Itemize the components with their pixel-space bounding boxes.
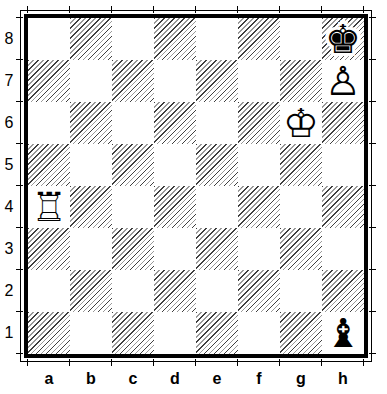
black-bishop-h1[interactable]: ♝♝	[322, 312, 364, 354]
square-b4[interactable]	[70, 186, 112, 228]
square-g3[interactable]	[280, 228, 322, 270]
square-f8[interactable]	[238, 18, 280, 60]
square-g1[interactable]	[280, 312, 322, 354]
frame-tick	[321, 359, 322, 366]
frame-tick	[369, 353, 376, 354]
square-c3[interactable]	[112, 228, 154, 270]
square-d5[interactable]	[154, 144, 196, 186]
frame-tick	[237, 359, 238, 366]
frame-tick	[195, 359, 196, 366]
rank-label-2: 2	[0, 270, 18, 312]
rank-label-4: 4	[0, 186, 18, 228]
frame-tick	[279, 6, 280, 13]
file-label-b: b	[70, 366, 112, 392]
frame-tick	[369, 269, 376, 270]
square-a6[interactable]	[28, 102, 70, 144]
frame-tick	[16, 311, 23, 312]
frame-tick	[369, 227, 376, 228]
square-c5[interactable]	[112, 144, 154, 186]
frame-tick	[237, 6, 238, 13]
square-a2[interactable]	[28, 270, 70, 312]
file-label-a: a	[28, 366, 70, 392]
frame-tick	[279, 359, 280, 366]
frame-tick	[369, 185, 376, 186]
square-d2[interactable]	[154, 270, 196, 312]
square-e3[interactable]	[196, 228, 238, 270]
frame-tick	[27, 6, 28, 13]
square-b5[interactable]	[70, 144, 112, 186]
frame-tick	[16, 227, 23, 228]
board-frame: ♚♚♟♙♚♔♜♖♝♝	[20, 10, 372, 362]
frame-tick	[16, 353, 23, 354]
square-b8[interactable]	[70, 18, 112, 60]
square-g5[interactable]	[280, 144, 322, 186]
square-f1[interactable]	[238, 312, 280, 354]
frame-tick	[16, 185, 23, 186]
white-pawn-h7[interactable]: ♟♙	[322, 60, 364, 102]
file-label-c: c	[112, 366, 154, 392]
frame-tick	[153, 359, 154, 366]
square-e5[interactable]	[196, 144, 238, 186]
square-b6[interactable]	[70, 102, 112, 144]
square-e1[interactable]	[196, 312, 238, 354]
square-e2[interactable]	[196, 270, 238, 312]
square-a7[interactable]	[28, 60, 70, 102]
square-b7[interactable]	[70, 60, 112, 102]
board-squares: ♚♚♟♙♚♔♜♖♝♝	[24, 14, 368, 358]
frame-tick	[69, 359, 70, 366]
file-label-f: f	[238, 366, 280, 392]
square-d8[interactable]	[154, 18, 196, 60]
square-e8[interactable]	[196, 18, 238, 60]
frame-tick	[363, 359, 364, 366]
square-e6[interactable]	[196, 102, 238, 144]
frame-tick	[369, 311, 376, 312]
file-label-d: d	[154, 366, 196, 392]
frame-tick	[369, 101, 376, 102]
square-c2[interactable]	[112, 270, 154, 312]
white-rook-glyph: ♖	[28, 186, 70, 228]
white-king-g6[interactable]: ♚♔	[280, 102, 322, 144]
square-c1[interactable]	[112, 312, 154, 354]
frame-tick	[16, 101, 23, 102]
square-h5[interactable]	[322, 144, 364, 186]
square-g4[interactable]	[280, 186, 322, 228]
square-d6[interactable]	[154, 102, 196, 144]
square-d1[interactable]	[154, 312, 196, 354]
file-label-g: g	[280, 366, 322, 392]
square-a8[interactable]	[28, 18, 70, 60]
chess-diagram: 87654321 ♚♚♟♙♚♔♜♖♝♝ abcdefgh	[0, 0, 387, 394]
square-c7[interactable]	[112, 60, 154, 102]
square-g2[interactable]	[280, 270, 322, 312]
square-h3[interactable]	[322, 228, 364, 270]
square-b3[interactable]	[70, 228, 112, 270]
square-e7[interactable]	[196, 60, 238, 102]
white-king-glyph: ♔	[280, 102, 322, 144]
square-a1[interactable]	[28, 312, 70, 354]
white-pawn-glyph: ♙	[322, 60, 364, 102]
frame-tick	[16, 143, 23, 144]
frame-tick	[369, 17, 376, 18]
rank-label-8: 8	[0, 18, 18, 60]
frame-tick	[111, 6, 112, 13]
square-a3[interactable]	[28, 228, 70, 270]
square-f7[interactable]	[238, 60, 280, 102]
frame-tick	[363, 6, 364, 13]
square-h6[interactable]	[322, 102, 364, 144]
file-label-h: h	[322, 366, 364, 392]
square-c4[interactable]	[112, 186, 154, 228]
square-h1[interactable]: ♝♝	[322, 312, 364, 354]
square-b2[interactable]	[70, 270, 112, 312]
frame-tick	[369, 59, 376, 60]
frame-tick	[369, 143, 376, 144]
rank-label-3: 3	[0, 228, 18, 270]
frame-tick	[16, 17, 23, 18]
square-b1[interactable]	[70, 312, 112, 354]
frame-tick	[321, 6, 322, 13]
square-d7[interactable]	[154, 60, 196, 102]
frame-tick	[111, 359, 112, 366]
square-h7[interactable]: ♟♙	[322, 60, 364, 102]
frame-tick	[16, 269, 23, 270]
frame-tick	[153, 6, 154, 13]
square-d4[interactable]	[154, 186, 196, 228]
frame-tick	[16, 59, 23, 60]
square-g6[interactable]: ♚♔	[280, 102, 322, 144]
frame-tick	[195, 6, 196, 13]
square-d3[interactable]	[154, 228, 196, 270]
square-a4[interactable]: ♜♖	[28, 186, 70, 228]
white-rook-a4[interactable]: ♜♖	[28, 186, 70, 228]
square-f2[interactable]	[238, 270, 280, 312]
frame-tick	[27, 359, 28, 366]
square-c8[interactable]	[112, 18, 154, 60]
black-bishop-glyph: ♝	[322, 312, 364, 354]
square-e4[interactable]	[196, 186, 238, 228]
rank-label-5: 5	[0, 144, 18, 186]
square-f6[interactable]	[238, 102, 280, 144]
rank-label-6: 6	[0, 102, 18, 144]
square-g8[interactable]	[280, 18, 322, 60]
frame-tick	[69, 6, 70, 13]
rank-label-1: 1	[0, 312, 18, 354]
rank-label-7: 7	[0, 60, 18, 102]
square-f4[interactable]	[238, 186, 280, 228]
square-c6[interactable]	[112, 102, 154, 144]
file-label-e: e	[196, 366, 238, 392]
square-h4[interactable]	[322, 186, 364, 228]
square-f5[interactable]	[238, 144, 280, 186]
square-f3[interactable]	[238, 228, 280, 270]
